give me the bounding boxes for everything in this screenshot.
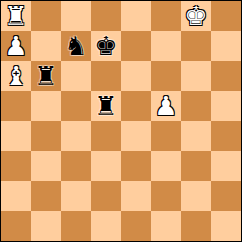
white-rook-piece[interactable]: ♜ bbox=[4, 1, 27, 31]
square-g2[interactable] bbox=[181, 181, 211, 211]
square-c6[interactable] bbox=[61, 61, 91, 91]
square-c1[interactable] bbox=[61, 211, 91, 241]
square-a6[interactable]: ♝ bbox=[1, 61, 31, 91]
square-a2[interactable] bbox=[1, 181, 31, 211]
square-b3[interactable] bbox=[31, 151, 61, 181]
square-d3[interactable] bbox=[91, 151, 121, 181]
square-d8[interactable] bbox=[91, 1, 121, 31]
square-d6[interactable] bbox=[91, 61, 121, 91]
square-f6[interactable] bbox=[151, 61, 181, 91]
square-f2[interactable] bbox=[151, 181, 181, 211]
black-knight-piece[interactable]: ♞ bbox=[64, 31, 87, 61]
square-c3[interactable] bbox=[61, 151, 91, 181]
square-f4[interactable] bbox=[151, 121, 181, 151]
square-c8[interactable] bbox=[61, 1, 91, 31]
square-g8[interactable]: ♚ bbox=[181, 1, 211, 31]
white-pawn-piece[interactable]: ♟ bbox=[154, 91, 177, 121]
square-f7[interactable] bbox=[151, 31, 181, 61]
square-e4[interactable] bbox=[121, 121, 151, 151]
square-g5[interactable] bbox=[181, 91, 211, 121]
chess-board: ♜♚♟♞♚♝♜♜♟ bbox=[0, 0, 242, 242]
square-f1[interactable] bbox=[151, 211, 181, 241]
square-g4[interactable] bbox=[181, 121, 211, 151]
square-d4[interactable] bbox=[91, 121, 121, 151]
square-c2[interactable] bbox=[61, 181, 91, 211]
square-e3[interactable] bbox=[121, 151, 151, 181]
square-f5[interactable]: ♟ bbox=[151, 91, 181, 121]
square-e1[interactable] bbox=[121, 211, 151, 241]
square-e7[interactable] bbox=[121, 31, 151, 61]
square-b4[interactable] bbox=[31, 121, 61, 151]
black-rook-piece[interactable]: ♜ bbox=[34, 61, 57, 91]
square-c5[interactable] bbox=[61, 91, 91, 121]
square-d2[interactable] bbox=[91, 181, 121, 211]
square-d1[interactable] bbox=[91, 211, 121, 241]
square-b6[interactable]: ♜ bbox=[31, 61, 61, 91]
square-f3[interactable] bbox=[151, 151, 181, 181]
square-a5[interactable] bbox=[1, 91, 31, 121]
square-h6[interactable] bbox=[211, 61, 241, 91]
square-h7[interactable] bbox=[211, 31, 241, 61]
square-b2[interactable] bbox=[31, 181, 61, 211]
square-e2[interactable] bbox=[121, 181, 151, 211]
square-c7[interactable]: ♞ bbox=[61, 31, 91, 61]
square-c4[interactable] bbox=[61, 121, 91, 151]
square-a7[interactable]: ♟ bbox=[1, 31, 31, 61]
square-d5[interactable]: ♜ bbox=[91, 91, 121, 121]
square-d7[interactable]: ♚ bbox=[91, 31, 121, 61]
square-h8[interactable] bbox=[211, 1, 241, 31]
square-e8[interactable] bbox=[121, 1, 151, 31]
square-b8[interactable] bbox=[31, 1, 61, 31]
square-a3[interactable] bbox=[1, 151, 31, 181]
black-king-piece[interactable]: ♚ bbox=[94, 31, 117, 61]
square-g7[interactable] bbox=[181, 31, 211, 61]
square-h2[interactable] bbox=[211, 181, 241, 211]
square-e5[interactable] bbox=[121, 91, 151, 121]
white-king-piece[interactable]: ♚ bbox=[184, 1, 207, 31]
square-h3[interactable] bbox=[211, 151, 241, 181]
square-g3[interactable] bbox=[181, 151, 211, 181]
square-b7[interactable] bbox=[31, 31, 61, 61]
square-h4[interactable] bbox=[211, 121, 241, 151]
white-pawn-piece[interactable]: ♟ bbox=[4, 31, 27, 61]
square-h5[interactable] bbox=[211, 91, 241, 121]
square-a4[interactable] bbox=[1, 121, 31, 151]
square-a1[interactable] bbox=[1, 211, 31, 241]
square-h1[interactable] bbox=[211, 211, 241, 241]
square-g6[interactable] bbox=[181, 61, 211, 91]
square-f8[interactable] bbox=[151, 1, 181, 31]
square-g1[interactable] bbox=[181, 211, 211, 241]
square-e6[interactable] bbox=[121, 61, 151, 91]
square-a8[interactable]: ♜ bbox=[1, 1, 31, 31]
square-b5[interactable] bbox=[31, 91, 61, 121]
black-rook-piece[interactable]: ♜ bbox=[94, 91, 117, 121]
square-b1[interactable] bbox=[31, 211, 61, 241]
white-bishop-piece[interactable]: ♝ bbox=[4, 61, 27, 91]
